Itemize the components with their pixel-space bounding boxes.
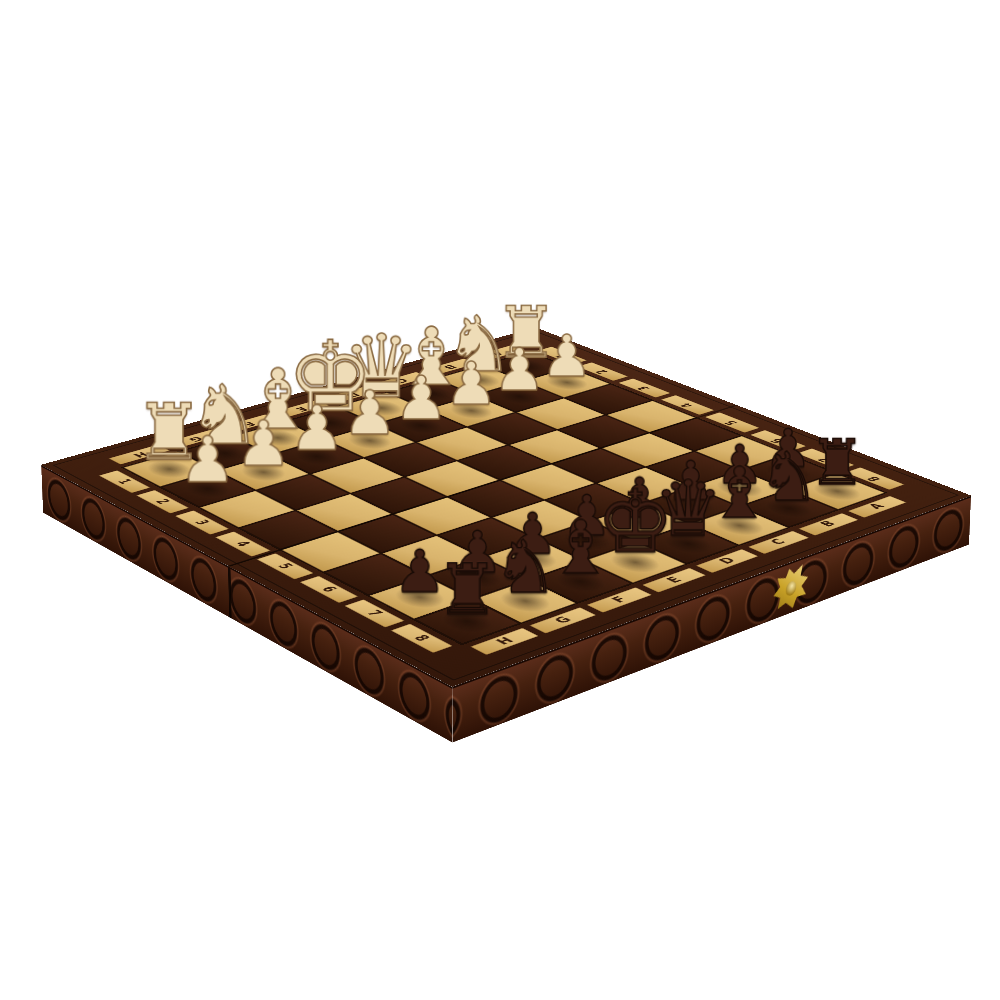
photo-background: 12345678 ABCDEFGH ♜♟♟♜♞♟♟♞♝♟♟♝♛♟♟♛♚♟♟♚♝♟…	[0, 0, 1000, 1000]
file-label: E	[664, 576, 683, 584]
file-label: D	[717, 557, 738, 565]
fold-seam-side	[228, 568, 232, 619]
rank-label: 4	[233, 540, 252, 547]
rank-label: 6	[319, 585, 339, 593]
rank-label: 8	[411, 634, 432, 643]
file-label: F	[610, 596, 629, 604]
file-label: H	[494, 637, 516, 647]
file-label: G	[552, 616, 573, 625]
rank-label: 2	[153, 498, 172, 505]
piece-black-rook[interactable]: ♜	[400, 555, 535, 625]
board-top-face: 12345678 ABCDEFGH ♜♟♟♜♞♟♟♞♝♟♟♝♛♟♟♛♚♟♟♚♝♟…	[41, 327, 971, 686]
rank-label: 7	[364, 609, 384, 617]
file-label: B	[819, 520, 839, 528]
piece-white-pawn[interactable]: ♟	[147, 428, 268, 491]
rank-label: 3	[192, 519, 211, 526]
brass-clasp	[772, 559, 810, 618]
file-label: C	[769, 538, 788, 546]
rank-label: 3	[636, 385, 653, 391]
rank-label: 4	[679, 402, 696, 408]
file-label: A	[867, 503, 886, 510]
rank-label: 5	[275, 562, 295, 570]
board-inner: 12345678 ABCDEFGH ♜♟♟♜♞♟♟♞♝♟♟♝♛♟♟♛♚♟♟♚♝♟…	[71, 336, 939, 670]
rank-label: 1	[115, 478, 133, 485]
chess-board: 12345678 ABCDEFGH ♜♟♟♜♞♟♟♞♝♟♟♝♛♟♟♛♚♟♟♚♝♟…	[41, 327, 971, 686]
